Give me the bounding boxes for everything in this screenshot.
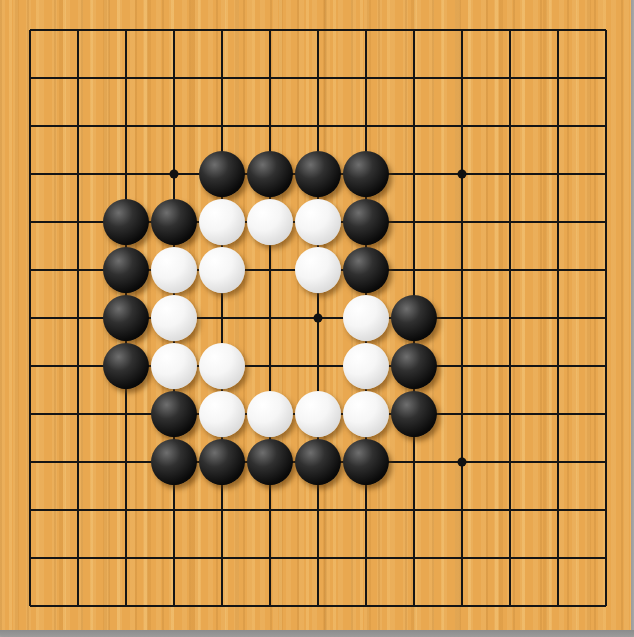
intersection-M1[interactable] [534,582,582,630]
black-stone: ● [246,150,294,198]
intersection-K13[interactable] [438,6,486,54]
intersection-M12[interactable] [534,54,582,102]
intersection-N13[interactable] [582,6,630,54]
intersection-D13[interactable] [150,6,198,54]
intersection-A5[interactable] [6,390,54,438]
intersection-C9[interactable]: ● [102,198,150,246]
intersection-J5[interactable]: ● [390,390,438,438]
white-stone: ● [198,198,246,246]
intersection-J8[interactable] [390,246,438,294]
intersection-F10[interactable]: ● [246,150,294,198]
black-stone: ● [198,150,246,198]
intersection-J3[interactable] [390,486,438,534]
black-stone: ● [294,150,342,198]
black-stone: ● [150,198,198,246]
intersection-M3[interactable] [534,486,582,534]
intersection-N8[interactable] [582,246,630,294]
intersection-C3[interactable] [102,486,150,534]
intersection-A12[interactable] [6,54,54,102]
intersection-N9[interactable] [582,198,630,246]
intersection-K12[interactable] [438,54,486,102]
intersection-M10[interactable] [534,150,582,198]
intersection-C7[interactable]: ● [102,294,150,342]
intersection-B4[interactable] [54,438,102,486]
intersection-M13[interactable] [534,6,582,54]
intersection-L11[interactable] [486,102,534,150]
intersection-B3[interactable] [54,486,102,534]
intersection-G9[interactable]: ● [294,198,342,246]
intersection-J2[interactable] [390,534,438,582]
intersection-B12[interactable] [54,54,102,102]
intersection-F2[interactable] [246,534,294,582]
black-stone: ● [102,342,150,390]
intersection-N4[interactable] [582,438,630,486]
intersection-G2[interactable] [294,534,342,582]
intersection-H6[interactable]: ● [342,342,390,390]
intersection-E7[interactable] [198,294,246,342]
intersection-J1[interactable] [390,582,438,630]
black-stone: ● [390,294,438,342]
intersection-H8[interactable]: ● [342,246,390,294]
intersection-E6[interactable]: ● [198,342,246,390]
intersection-J6[interactable]: ● [390,342,438,390]
intersection-D8[interactable]: ● [150,246,198,294]
black-stone: ● [342,246,390,294]
intersection-N6[interactable] [582,342,630,390]
intersection-L12[interactable] [486,54,534,102]
intersection-K8[interactable] [438,246,486,294]
intersection-E9[interactable]: ● [198,198,246,246]
intersection-G13[interactable] [294,6,342,54]
intersection-C6[interactable]: ● [102,342,150,390]
white-stone: ● [342,294,390,342]
intersection-G8[interactable]: ● [294,246,342,294]
white-stone: ● [198,246,246,294]
intersection-H4[interactable]: ● [342,438,390,486]
intersection-K9[interactable] [438,198,486,246]
intersection-A10[interactable] [6,150,54,198]
intersection-L6[interactable] [486,342,534,390]
intersection-K4[interactable] [438,438,486,486]
intersection-L3[interactable] [486,486,534,534]
intersection-N2[interactable] [582,534,630,582]
intersection-M8[interactable] [534,246,582,294]
intersection-G11[interactable] [294,102,342,150]
intersection-C8[interactable]: ● [102,246,150,294]
intersection-F5[interactable]: ● [246,390,294,438]
intersection-H7[interactable]: ● [342,294,390,342]
intersection-M4[interactable] [534,438,582,486]
intersection-H5[interactable]: ● [342,390,390,438]
intersection-K2[interactable] [438,534,486,582]
white-stone: ● [246,198,294,246]
intersection-J7[interactable]: ● [390,294,438,342]
intersection-J9[interactable] [390,198,438,246]
intersection-J12[interactable] [390,54,438,102]
intersection-H13[interactable] [342,6,390,54]
white-stone: ● [342,342,390,390]
intersection-B8[interactable] [54,246,102,294]
intersection-H2[interactable] [342,534,390,582]
intersection-A1[interactable] [6,582,54,630]
intersection-H11[interactable] [342,102,390,150]
intersection-A7[interactable] [6,294,54,342]
black-stone: ● [150,390,198,438]
intersection-B2[interactable] [54,534,102,582]
intersection-D6[interactable]: ● [150,342,198,390]
intersection-N5[interactable] [582,390,630,438]
intersection-F9[interactable]: ● [246,198,294,246]
intersection-L8[interactable] [486,246,534,294]
intersection-G12[interactable] [294,54,342,102]
intersection-C4[interactable] [102,438,150,486]
intersection-G10[interactable]: ● [294,150,342,198]
intersection-M9[interactable] [534,198,582,246]
intersection-N11[interactable] [582,102,630,150]
black-stone: ● [102,246,150,294]
intersection-N10[interactable] [582,150,630,198]
intersection-K7[interactable] [438,294,486,342]
intersection-L10[interactable] [486,150,534,198]
intersection-B10[interactable] [54,150,102,198]
black-stone: ● [102,198,150,246]
intersection-D4[interactable]: ● [150,438,198,486]
intersection-F12[interactable] [246,54,294,102]
intersection-B9[interactable] [54,198,102,246]
intersection-E8[interactable]: ● [198,246,246,294]
intersection-K6[interactable] [438,342,486,390]
intersection-G7[interactable] [294,294,342,342]
intersection-B7[interactable] [54,294,102,342]
intersection-H10[interactable]: ● [342,150,390,198]
intersection-G4[interactable]: ● [294,438,342,486]
intersection-N3[interactable] [582,486,630,534]
intersection-A11[interactable] [6,102,54,150]
intersection-C2[interactable] [102,534,150,582]
intersection-J10[interactable] [390,150,438,198]
intersection-H12[interactable] [342,54,390,102]
intersection-D7[interactable]: ● [150,294,198,342]
white-stone: ● [294,198,342,246]
intersection-A4[interactable] [6,438,54,486]
intersection-E3[interactable] [198,486,246,534]
intersection-M6[interactable] [534,342,582,390]
intersection-D2[interactable] [150,534,198,582]
intersection-B1[interactable] [54,582,102,630]
intersection-K1[interactable] [438,582,486,630]
intersection-L13[interactable] [486,6,534,54]
board-shadow-bottom [0,630,634,637]
intersection-D12[interactable] [150,54,198,102]
black-stone: ● [150,438,198,486]
white-stone: ● [294,390,342,438]
intersection-B11[interactable] [54,102,102,150]
intersection-E10[interactable]: ● [198,150,246,198]
intersection-E12[interactable] [198,54,246,102]
intersection-K10[interactable] [438,150,486,198]
intersection-C1[interactable] [102,582,150,630]
white-stone: ● [150,342,198,390]
intersection-L1[interactable] [486,582,534,630]
black-stone: ● [246,438,294,486]
intersection-B6[interactable] [54,342,102,390]
intersection-E4[interactable]: ● [198,438,246,486]
intersection-G1[interactable] [294,582,342,630]
intersection-L7[interactable] [486,294,534,342]
intersection-F6[interactable] [246,342,294,390]
intersection-A9[interactable] [6,198,54,246]
white-stone: ● [342,390,390,438]
intersection-F8[interactable] [246,246,294,294]
intersection-L5[interactable] [486,390,534,438]
intersection-E5[interactable]: ● [198,390,246,438]
intersection-D10[interactable] [150,150,198,198]
white-stone: ● [294,246,342,294]
intersection-H1[interactable] [342,582,390,630]
black-stone: ● [198,438,246,486]
intersection-H3[interactable] [342,486,390,534]
intersection-B13[interactable] [54,6,102,54]
go-board-screenshot: ●●●●●●●●●●●●●●●●●●●●●●●●●●●●●●●●●●● [0,0,634,637]
intersection-N12[interactable] [582,54,630,102]
intersection-B5[interactable] [54,390,102,438]
intersection-G3[interactable] [294,486,342,534]
intersection-M5[interactable] [534,390,582,438]
intersection-A2[interactable] [6,534,54,582]
intersection-F3[interactable] [246,486,294,534]
intersection-F4[interactable]: ● [246,438,294,486]
intersection-D11[interactable] [150,102,198,150]
black-stone: ● [342,150,390,198]
white-stone: ● [198,390,246,438]
intersection-K5[interactable] [438,390,486,438]
intersection-D9[interactable]: ● [150,198,198,246]
black-stone: ● [294,438,342,486]
black-stone: ● [342,438,390,486]
intersection-D5[interactable]: ● [150,390,198,438]
intersection-C12[interactable] [102,54,150,102]
intersection-L4[interactable] [486,438,534,486]
intersection-K3[interactable] [438,486,486,534]
intersection-F7[interactable] [246,294,294,342]
intersection-J13[interactable] [390,6,438,54]
intersection-G6[interactable] [294,342,342,390]
white-stone: ● [150,294,198,342]
intersection-H9[interactable]: ● [342,198,390,246]
intersection-M11[interactable] [534,102,582,150]
white-stone: ● [246,390,294,438]
intersection-D3[interactable] [150,486,198,534]
intersection-A3[interactable] [6,486,54,534]
intersection-C11[interactable] [102,102,150,150]
intersection-L9[interactable] [486,198,534,246]
go-board: ●●●●●●●●●●●●●●●●●●●●●●●●●●●●●●●●●●● [0,0,631,630]
white-stone: ● [198,342,246,390]
intersection-F13[interactable] [246,6,294,54]
intersection-A6[interactable] [6,342,54,390]
black-stone: ● [342,198,390,246]
intersection-C13[interactable] [102,6,150,54]
intersection-C10[interactable] [102,150,150,198]
intersection-M2[interactable] [534,534,582,582]
white-stone: ● [150,246,198,294]
intersection-E13[interactable] [198,6,246,54]
intersection-L2[interactable] [486,534,534,582]
intersection-J11[interactable] [390,102,438,150]
intersection-E1[interactable] [198,582,246,630]
go-grid: ●●●●●●●●●●●●●●●●●●●●●●●●●●●●●●●●●●● [6,6,630,630]
intersection-K11[interactable] [438,102,486,150]
intersection-A13[interactable] [6,6,54,54]
intersection-A8[interactable] [6,246,54,294]
intersection-M7[interactable] [534,294,582,342]
black-stone: ● [390,342,438,390]
intersection-G5[interactable]: ● [294,390,342,438]
intersection-E2[interactable] [198,534,246,582]
intersection-F11[interactable] [246,102,294,150]
intersection-C5[interactable] [102,390,150,438]
intersection-D1[interactable] [150,582,198,630]
intersection-N1[interactable] [582,582,630,630]
black-stone: ● [102,294,150,342]
intersection-E11[interactable] [198,102,246,150]
intersection-J4[interactable] [390,438,438,486]
black-stone: ● [390,390,438,438]
intersection-N7[interactable] [582,294,630,342]
intersection-F1[interactable] [246,582,294,630]
